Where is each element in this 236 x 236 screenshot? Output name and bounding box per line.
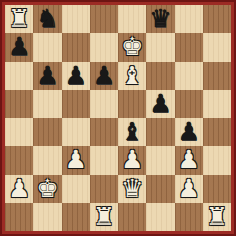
square-d4[interactable] [90, 118, 118, 146]
piece-black-knight[interactable]: ♞ [36, 5, 58, 33]
piece-white-pawn[interactable]: ♟ [177, 146, 199, 174]
piece-black-pawn[interactable]: ♟ [8, 33, 30, 61]
square-h4[interactable] [203, 118, 231, 146]
square-d6[interactable]: ♟ [90, 62, 118, 90]
square-d5[interactable] [90, 90, 118, 118]
square-d1[interactable]: ♜ [90, 203, 118, 231]
piece-white-pawn[interactable]: ♟ [177, 175, 199, 203]
square-e2[interactable]: ♛ [118, 175, 146, 203]
square-e3[interactable]: ♟ [118, 146, 146, 174]
square-a3[interactable] [5, 146, 33, 174]
square-c3[interactable]: ♟ [62, 146, 90, 174]
square-f5[interactable]: ♟ [146, 90, 174, 118]
piece-black-pawn[interactable]: ♟ [93, 62, 115, 90]
square-b8[interactable]: ♞ [33, 5, 61, 33]
square-e4[interactable]: ♝ [118, 118, 146, 146]
square-h8[interactable] [203, 5, 231, 33]
square-h2[interactable] [203, 175, 231, 203]
piece-white-pawn[interactable]: ♟ [64, 146, 86, 174]
square-b6[interactable]: ♟ [33, 62, 61, 90]
board-frame-inner: ♜♞♛♟♚♟♟♟♝♟♝♟♟♟♟♟♚♛♟♜♜ [2, 2, 234, 234]
square-g1[interactable] [175, 203, 203, 231]
piece-white-pawn[interactable]: ♟ [8, 175, 30, 203]
square-g4[interactable]: ♟ [175, 118, 203, 146]
square-g3[interactable]: ♟ [175, 146, 203, 174]
square-c2[interactable] [62, 175, 90, 203]
square-a4[interactable] [5, 118, 33, 146]
piece-white-pawn[interactable]: ♟ [121, 146, 143, 174]
piece-white-rook[interactable]: ♜ [93, 203, 115, 231]
square-b1[interactable] [33, 203, 61, 231]
piece-white-rook[interactable]: ♜ [8, 5, 30, 33]
square-e6[interactable]: ♝ [118, 62, 146, 90]
square-h6[interactable] [203, 62, 231, 90]
piece-white-bishop[interactable]: ♝ [121, 62, 143, 90]
square-a1[interactable] [5, 203, 33, 231]
square-e8[interactable] [118, 5, 146, 33]
square-f7[interactable] [146, 33, 174, 61]
square-h7[interactable] [203, 33, 231, 61]
square-e1[interactable] [118, 203, 146, 231]
square-f2[interactable] [146, 175, 174, 203]
square-h5[interactable] [203, 90, 231, 118]
square-c5[interactable] [62, 90, 90, 118]
piece-black-pawn[interactable]: ♟ [36, 62, 58, 90]
square-g7[interactable] [175, 33, 203, 61]
square-a7[interactable]: ♟ [5, 33, 33, 61]
piece-white-rook[interactable]: ♜ [206, 203, 228, 231]
piece-white-king[interactable]: ♚ [121, 33, 143, 61]
square-g5[interactable] [175, 90, 203, 118]
square-f4[interactable] [146, 118, 174, 146]
square-f1[interactable] [146, 203, 174, 231]
square-b2[interactable]: ♚ [33, 175, 61, 203]
square-e5[interactable] [118, 90, 146, 118]
square-b4[interactable] [33, 118, 61, 146]
square-d8[interactable] [90, 5, 118, 33]
square-b7[interactable] [33, 33, 61, 61]
square-c7[interactable] [62, 33, 90, 61]
square-a6[interactable] [5, 62, 33, 90]
square-h3[interactable] [203, 146, 231, 174]
square-d7[interactable] [90, 33, 118, 61]
square-f8[interactable]: ♛ [146, 5, 174, 33]
square-b5[interactable] [33, 90, 61, 118]
square-c8[interactable] [62, 5, 90, 33]
square-a2[interactable]: ♟ [5, 175, 33, 203]
square-b3[interactable] [33, 146, 61, 174]
piece-white-king[interactable]: ♚ [36, 175, 58, 203]
square-d3[interactable] [90, 146, 118, 174]
chess-board: ♜♞♛♟♚♟♟♟♝♟♝♟♟♟♟♟♚♛♟♜♜ [5, 5, 231, 231]
square-d2[interactable] [90, 175, 118, 203]
square-c6[interactable]: ♟ [62, 62, 90, 90]
piece-black-pawn[interactable]: ♟ [177, 118, 199, 146]
piece-black-pawn[interactable]: ♟ [149, 90, 171, 118]
piece-black-bishop[interactable]: ♝ [121, 118, 143, 146]
square-f3[interactable] [146, 146, 174, 174]
square-g2[interactable]: ♟ [175, 175, 203, 203]
square-c1[interactable] [62, 203, 90, 231]
square-g8[interactable] [175, 5, 203, 33]
square-e7[interactable]: ♚ [118, 33, 146, 61]
piece-black-pawn[interactable]: ♟ [64, 62, 86, 90]
square-c4[interactable] [62, 118, 90, 146]
piece-white-queen[interactable]: ♛ [121, 175, 143, 203]
piece-black-queen[interactable]: ♛ [149, 5, 171, 33]
square-f6[interactable] [146, 62, 174, 90]
square-a8[interactable]: ♜ [5, 5, 33, 33]
square-g6[interactable] [175, 62, 203, 90]
square-h1[interactable]: ♜ [203, 203, 231, 231]
board-frame: ♜♞♛♟♚♟♟♟♝♟♝♟♟♟♟♟♚♛♟♜♜ [0, 0, 236, 236]
square-a5[interactable] [5, 90, 33, 118]
